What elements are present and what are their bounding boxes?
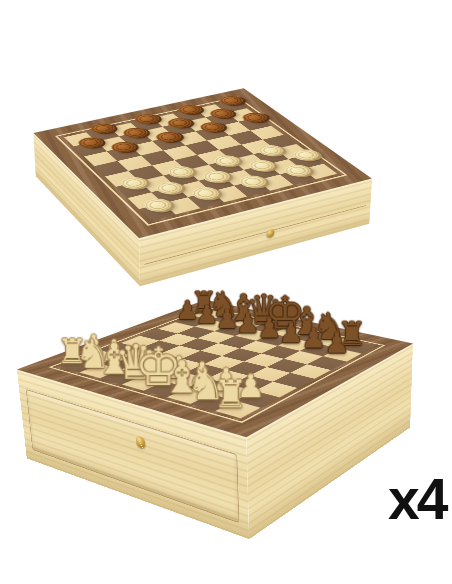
chess-piece-white-rook-h1[interactable]: ♜: [199, 375, 264, 413]
chess-square-h6[interactable]: [307, 356, 347, 370]
pack-quantity-label: x4: [388, 471, 445, 528]
product-photo: ♜♞♝♛♚♝♞♜♟♟♟♟♟♟♟♟♟♟♟♟♟♟♟♟♜♞♝♛♚♝♞♜ x4: [0, 0, 452, 584]
chess-piece-black-pawn-h7[interactable]: ♟: [309, 329, 365, 357]
chess-square-h1[interactable]: ♜: [215, 401, 260, 418]
chess-box-scene: ♜♞♝♛♚♝♞♜♟♟♟♟♟♟♟♟♟♟♟♟♟♟♟♟♜♞♝♛♚♝♞♜: [0, 0, 452, 584]
chess-box: ♜♞♝♛♚♝♞♜♟♟♟♟♟♟♟♟♟♟♟♟♟♟♟♟♜♞♝♛♚♝♞♜: [17, 300, 413, 438]
